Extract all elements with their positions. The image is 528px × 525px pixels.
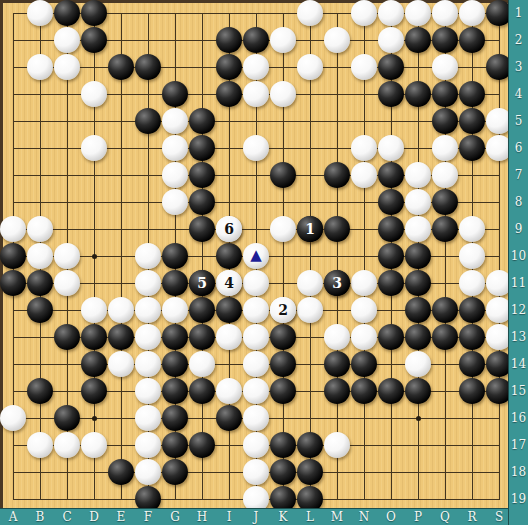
col-label-E: E <box>113 509 129 525</box>
row-label-6: 6 <box>509 141 528 155</box>
stone-black[interactable] <box>432 216 458 242</box>
stone-black[interactable] <box>405 81 431 107</box>
stone-white[interactable] <box>27 0 53 26</box>
stone-black[interactable] <box>378 81 404 107</box>
stone-black[interactable] <box>324 351 350 377</box>
stone-white[interactable] <box>270 27 296 53</box>
stone-white[interactable] <box>243 405 269 431</box>
stone-black[interactable] <box>432 189 458 215</box>
stone-black[interactable] <box>270 324 296 350</box>
stone-white[interactable] <box>432 135 458 161</box>
stone-black[interactable] <box>189 297 215 323</box>
col-label-B: B <box>32 509 48 525</box>
stone-black[interactable] <box>270 378 296 404</box>
stone-white[interactable] <box>432 54 458 80</box>
stone-black[interactable] <box>81 351 107 377</box>
stone-white[interactable] <box>405 216 431 242</box>
row-label-1: 1 <box>509 6 528 20</box>
stone-white[interactable] <box>81 297 107 323</box>
numbered-stone-4[interactable]: 4 <box>216 270 242 296</box>
stone-black[interactable] <box>216 27 242 53</box>
move-number: 3 <box>324 270 350 296</box>
stone-white[interactable] <box>135 459 161 485</box>
star-point <box>416 416 421 421</box>
stone-black[interactable] <box>189 162 215 188</box>
triangle-marker: ▲ <box>243 242 269 268</box>
col-label-J: J <box>248 509 264 525</box>
stone-black[interactable] <box>27 270 53 296</box>
row-label-18: 18 <box>509 465 528 479</box>
stone-black[interactable] <box>432 81 458 107</box>
move-number: 1 <box>297 216 323 242</box>
stone-black[interactable] <box>54 405 80 431</box>
stone-black[interactable] <box>270 432 296 458</box>
stone-white[interactable] <box>135 324 161 350</box>
stone-black[interactable] <box>27 378 53 404</box>
col-label-A: A <box>5 509 21 525</box>
stone-black[interactable] <box>378 189 404 215</box>
board-top-border <box>0 0 508 3</box>
stone-white[interactable] <box>216 378 242 404</box>
stone-black[interactable] <box>378 162 404 188</box>
stone-black[interactable] <box>0 243 26 269</box>
move-number: 4 <box>216 270 242 296</box>
stone-black[interactable] <box>189 432 215 458</box>
stone-white[interactable] <box>351 162 377 188</box>
stone-black[interactable] <box>108 459 134 485</box>
stone-white[interactable] <box>135 297 161 323</box>
stone-black[interactable] <box>378 243 404 269</box>
stone-white[interactable] <box>243 378 269 404</box>
stone-white[interactable] <box>162 162 188 188</box>
stone-black[interactable] <box>162 270 188 296</box>
stone-black[interactable] <box>405 297 431 323</box>
stone-white[interactable] <box>243 81 269 107</box>
stone-black[interactable] <box>216 297 242 323</box>
row-label-2: 2 <box>509 33 528 47</box>
stone-black[interactable] <box>189 108 215 134</box>
stone-black[interactable] <box>189 216 215 242</box>
stone-black[interactable] <box>297 432 323 458</box>
stone-black[interactable] <box>432 324 458 350</box>
stone-white[interactable] <box>81 81 107 107</box>
stone-white[interactable] <box>54 270 80 296</box>
stone-black[interactable] <box>108 54 134 80</box>
grid-line-vertical <box>310 13 311 500</box>
stone-black[interactable] <box>432 27 458 53</box>
row-label-4: 4 <box>509 87 528 101</box>
stone-black[interactable] <box>270 351 296 377</box>
stone-white[interactable] <box>378 27 404 53</box>
col-label-S: S <box>491 509 507 525</box>
stone-black[interactable] <box>459 135 485 161</box>
row-label-8: 8 <box>509 195 528 209</box>
stone-white[interactable] <box>378 0 404 26</box>
stone-white[interactable] <box>432 0 458 26</box>
stone-black[interactable] <box>378 378 404 404</box>
stone-black[interactable] <box>432 108 458 134</box>
stone-white[interactable] <box>27 54 53 80</box>
numbered-stone-1[interactable]: 1 <box>297 216 323 242</box>
stone-black[interactable] <box>81 27 107 53</box>
grid-line-vertical <box>337 13 338 500</box>
stone-white[interactable] <box>324 324 350 350</box>
stone-black[interactable] <box>459 81 485 107</box>
stone-white[interactable] <box>0 405 26 431</box>
col-label-I: I <box>221 509 237 525</box>
stone-black[interactable] <box>189 378 215 404</box>
row-label-17: 17 <box>509 438 528 452</box>
stone-black[interactable] <box>135 54 161 80</box>
stone-white[interactable] <box>405 351 431 377</box>
col-label-F: F <box>140 509 156 525</box>
stone-white[interactable] <box>297 297 323 323</box>
stone-black[interactable] <box>27 297 53 323</box>
stone-white[interactable] <box>459 270 485 296</box>
stone-white[interactable] <box>162 189 188 215</box>
stone-black[interactable] <box>0 270 26 296</box>
stone-black[interactable] <box>216 54 242 80</box>
stone-white[interactable] <box>135 405 161 431</box>
row-label-7: 7 <box>509 168 528 182</box>
stone-white[interactable] <box>216 324 242 350</box>
stone-white[interactable] <box>108 351 134 377</box>
stone-white[interactable] <box>270 81 296 107</box>
stone-white[interactable] <box>243 459 269 485</box>
stone-white[interactable] <box>351 0 377 26</box>
stone-black[interactable] <box>81 378 107 404</box>
stone-black[interactable] <box>459 378 485 404</box>
stone-black[interactable] <box>459 27 485 53</box>
stone-black[interactable] <box>324 216 350 242</box>
stone-black[interactable] <box>378 270 404 296</box>
stone-white[interactable] <box>243 351 269 377</box>
stone-white[interactable] <box>54 243 80 269</box>
stone-white[interactable] <box>54 27 80 53</box>
stone-white[interactable] <box>243 297 269 323</box>
stone-white[interactable] <box>432 162 458 188</box>
stone-black[interactable] <box>162 405 188 431</box>
col-label-N: N <box>356 509 372 525</box>
stone-white[interactable] <box>459 216 485 242</box>
stone-black[interactable] <box>324 162 350 188</box>
stone-black[interactable] <box>405 378 431 404</box>
stone-white[interactable] <box>135 243 161 269</box>
stone-black[interactable] <box>162 459 188 485</box>
stone-white[interactable] <box>297 0 323 26</box>
stone-white[interactable] <box>459 243 485 269</box>
numbered-stone-2[interactable]: 2 <box>270 297 296 323</box>
stone-white[interactable] <box>351 135 377 161</box>
stone-white[interactable] <box>405 189 431 215</box>
stone-black[interactable] <box>135 108 161 134</box>
numbered-stone-3[interactable]: 3 <box>324 270 350 296</box>
stone-black[interactable] <box>405 270 431 296</box>
row-label-11: 11 <box>509 276 528 290</box>
go-board[interactable]: 123456▲ <box>0 0 508 508</box>
row-label-14: 14 <box>509 357 528 371</box>
stone-black[interactable] <box>81 324 107 350</box>
star-point <box>92 416 97 421</box>
stone-white[interactable] <box>243 135 269 161</box>
col-label-H: H <box>194 509 210 525</box>
row-label-16: 16 <box>509 411 528 425</box>
stone-white[interactable] <box>162 297 188 323</box>
col-label-K: K <box>275 509 291 525</box>
stone-white[interactable] <box>27 432 53 458</box>
stone-black[interactable] <box>459 297 485 323</box>
move-number: 5 <box>189 270 215 296</box>
stone-white[interactable] <box>81 432 107 458</box>
stone-white[interactable] <box>135 351 161 377</box>
stone-black[interactable] <box>189 189 215 215</box>
stone-black[interactable] <box>297 459 323 485</box>
stone-black[interactable] <box>81 0 107 26</box>
stone-white[interactable] <box>351 297 377 323</box>
stone-white[interactable] <box>243 432 269 458</box>
stone-white[interactable] <box>351 54 377 80</box>
stone-white[interactable] <box>270 216 296 242</box>
stone-black[interactable] <box>405 243 431 269</box>
move-number: 2 <box>270 297 296 323</box>
stone-black[interactable] <box>162 432 188 458</box>
stone-white[interactable] <box>324 432 350 458</box>
grid-line-vertical <box>499 13 500 500</box>
stone-black[interactable] <box>459 351 485 377</box>
stone-black[interactable] <box>405 27 431 53</box>
stone-white[interactable] <box>243 270 269 296</box>
stone-black[interactable] <box>216 81 242 107</box>
row-label-13: 13 <box>509 330 528 344</box>
stone-black[interactable] <box>54 0 80 26</box>
stone-black[interactable] <box>405 324 431 350</box>
stone-black[interactable] <box>270 162 296 188</box>
stone-white[interactable] <box>351 324 377 350</box>
stone-black[interactable] <box>108 324 134 350</box>
stone-white[interactable] <box>405 162 431 188</box>
row-label-9: 9 <box>509 222 528 236</box>
stone-white[interactable] <box>108 297 134 323</box>
stone-white[interactable] <box>0 216 26 242</box>
col-label-C: C <box>59 509 75 525</box>
stone-white[interactable] <box>243 324 269 350</box>
grid-line-vertical <box>364 13 365 500</box>
stone-black[interactable] <box>459 324 485 350</box>
stone-black[interactable] <box>54 324 80 350</box>
stone-white[interactable] <box>405 0 431 26</box>
stone-white[interactable] <box>54 432 80 458</box>
stone-black[interactable] <box>459 108 485 134</box>
col-label-L: L <box>302 509 318 525</box>
stone-black[interactable] <box>351 351 377 377</box>
stone-black[interactable] <box>189 135 215 161</box>
star-point <box>92 254 97 259</box>
stone-white[interactable] <box>135 378 161 404</box>
stone-black[interactable] <box>378 216 404 242</box>
stone-white[interactable] <box>162 135 188 161</box>
row-label-19: 19 <box>509 492 528 506</box>
col-label-P: P <box>410 509 426 525</box>
col-label-R: R <box>464 509 480 525</box>
row-label-10: 10 <box>509 249 528 263</box>
row-label-12: 12 <box>509 303 528 317</box>
stone-white[interactable] <box>162 108 188 134</box>
stone-white[interactable] <box>243 54 269 80</box>
stone-white[interactable] <box>324 27 350 53</box>
col-label-Q: Q <box>437 509 453 525</box>
col-label-O: O <box>383 509 399 525</box>
col-label-G: G <box>167 509 183 525</box>
stone-white[interactable] <box>297 54 323 80</box>
stone-white[interactable] <box>81 135 107 161</box>
col-label-M: M <box>329 509 345 525</box>
stone-black[interactable] <box>216 243 242 269</box>
stone-black[interactable] <box>324 378 350 404</box>
stone-white[interactable] <box>135 270 161 296</box>
stone-black[interactable] <box>243 27 269 53</box>
row-label-3: 3 <box>509 60 528 74</box>
stone-white[interactable] <box>135 432 161 458</box>
stone-black[interactable] <box>432 297 458 323</box>
numbered-stone-6[interactable]: 6 <box>216 216 242 242</box>
stone-black[interactable] <box>162 81 188 107</box>
stone-black[interactable] <box>270 459 296 485</box>
move-number: 6 <box>216 216 242 242</box>
stone-black[interactable] <box>189 324 215 350</box>
stone-white[interactable] <box>189 351 215 377</box>
stone-white[interactable] <box>378 135 404 161</box>
go-app-window: 123456▲ ABCDEFGHIJKLMNOPQRS1234567891011… <box>0 0 528 525</box>
stone-white[interactable] <box>27 216 53 242</box>
stone-black[interactable] <box>216 405 242 431</box>
stone-white[interactable] <box>297 270 323 296</box>
stone-white[interactable] <box>27 243 53 269</box>
stone-black[interactable] <box>162 324 188 350</box>
stone-white[interactable] <box>54 54 80 80</box>
stone-black[interactable] <box>351 378 377 404</box>
row-label-15: 15 <box>509 384 528 398</box>
stone-white[interactable] <box>459 0 485 26</box>
row-label-5: 5 <box>509 114 528 128</box>
stone-white[interactable] <box>351 270 377 296</box>
col-label-D: D <box>86 509 102 525</box>
stone-black[interactable] <box>162 378 188 404</box>
stone-black[interactable] <box>378 54 404 80</box>
stone-black[interactable] <box>162 243 188 269</box>
stone-black[interactable] <box>378 324 404 350</box>
numbered-stone-5[interactable]: 5 <box>189 270 215 296</box>
stone-black[interactable] <box>162 351 188 377</box>
